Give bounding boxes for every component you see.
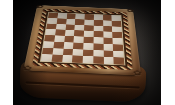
letterbox-canvas: ✿ ✿ ✿ ✿ xyxy=(0,0,175,105)
board-square xyxy=(62,55,73,62)
chess-box: ✿ ✿ ✿ ✿ xyxy=(22,3,146,105)
board-square xyxy=(93,56,103,63)
rosette-icon: ✿ xyxy=(22,65,33,72)
board-square xyxy=(72,56,83,63)
board-top-scene: ✿ ✿ ✿ ✿ xyxy=(23,3,144,75)
lid-seam xyxy=(26,81,139,88)
rosette-icon: ✿ xyxy=(35,4,43,9)
board-square xyxy=(83,56,94,63)
rosette-icon: ✿ xyxy=(132,69,142,76)
rosette-icon: ✿ xyxy=(126,8,134,13)
board-square xyxy=(114,57,125,64)
board-top: ✿ ✿ ✿ ✿ xyxy=(23,5,141,75)
board-square xyxy=(103,57,114,64)
chess-board xyxy=(41,13,124,65)
photo-backdrop: ✿ ✿ ✿ ✿ xyxy=(13,0,161,105)
